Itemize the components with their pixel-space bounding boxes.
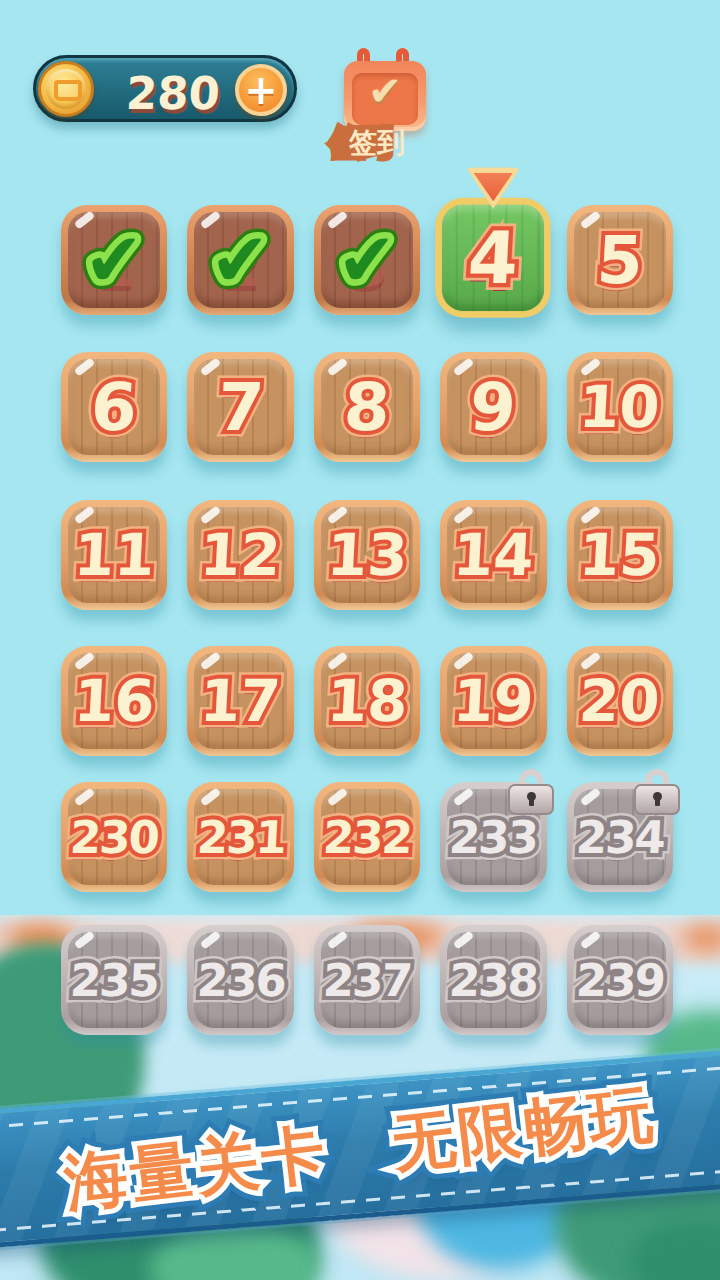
level-number: 20 bbox=[578, 667, 662, 735]
calendar-check-icon: ✔ bbox=[344, 68, 426, 114]
level-tile-3[interactable]: 3✔ bbox=[314, 205, 420, 315]
coin-counter[interactable]: 280 + bbox=[33, 55, 297, 122]
level-number: 233 bbox=[448, 811, 539, 864]
level-number: 234 bbox=[574, 811, 665, 864]
level-number: 4 bbox=[466, 216, 520, 300]
level-number: 8 bbox=[342, 369, 392, 446]
level-tile-1[interactable]: 1✔ bbox=[61, 205, 167, 315]
coin-count: 280 bbox=[97, 67, 250, 120]
coin-pouch-glyph bbox=[54, 80, 82, 101]
level-number: 7 bbox=[216, 369, 266, 446]
checkin-button[interactable]: ✔ 签到 bbox=[342, 48, 428, 164]
level-tile-19[interactable]: 19 bbox=[440, 646, 546, 756]
level-tile-230[interactable]: 230 bbox=[61, 782, 167, 892]
level-number: 16 bbox=[72, 667, 156, 735]
level-row: 1112131415 bbox=[61, 500, 673, 610]
game-screen: 280 + ✔ 签到 1✔2✔3✔45678910111213141516171… bbox=[0, 0, 720, 1280]
level-tile-5[interactable]: 5 bbox=[567, 205, 673, 315]
calendar-icon: ✔ bbox=[344, 61, 426, 131]
level-number: 239 bbox=[574, 954, 665, 1007]
level-number: 237 bbox=[322, 954, 413, 1007]
level-tile-237[interactable]: 237 bbox=[314, 925, 420, 1035]
level-tile-15[interactable]: 15 bbox=[567, 500, 673, 610]
level-number: 236 bbox=[195, 954, 286, 1007]
level-number: 238 bbox=[448, 954, 539, 1007]
add-coins-button[interactable]: + bbox=[235, 64, 287, 116]
completed-check-icon: ✔ bbox=[208, 216, 273, 303]
level-tile-6[interactable]: 6 bbox=[61, 352, 167, 462]
checkin-label: 签到 bbox=[334, 124, 420, 162]
level-number: 230 bbox=[69, 811, 160, 864]
level-number: 6 bbox=[89, 369, 139, 446]
plus-icon: + bbox=[239, 68, 283, 112]
level-tile-14[interactable]: 14 bbox=[440, 500, 546, 610]
current-level-marker-icon bbox=[466, 167, 521, 208]
level-row: 235236237238239 bbox=[61, 925, 673, 1035]
level-tile-13[interactable]: 13 bbox=[314, 500, 420, 610]
level-tile-233[interactable]: 233 bbox=[440, 782, 546, 892]
level-tile-11[interactable]: 11 bbox=[61, 500, 167, 610]
level-tile-239[interactable]: 239 bbox=[567, 925, 673, 1035]
level-row: 1✔2✔3✔45 bbox=[61, 205, 673, 315]
level-number: 10 bbox=[578, 373, 662, 441]
level-tile-9[interactable]: 9 bbox=[440, 352, 546, 462]
level-tile-18[interactable]: 18 bbox=[314, 646, 420, 756]
level-tile-238[interactable]: 238 bbox=[440, 925, 546, 1035]
level-number: 12 bbox=[198, 521, 282, 589]
level-tile-232[interactable]: 232 bbox=[314, 782, 420, 892]
lock-icon bbox=[508, 769, 554, 815]
level-number: 9 bbox=[468, 369, 518, 446]
level-number: 11 bbox=[72, 521, 156, 589]
lock-icon bbox=[634, 769, 680, 815]
level-number: 5 bbox=[595, 222, 645, 299]
level-tile-7[interactable]: 7 bbox=[187, 352, 293, 462]
level-tile-12[interactable]: 12 bbox=[187, 500, 293, 610]
level-row: 678910 bbox=[61, 352, 673, 462]
level-number: 17 bbox=[198, 667, 282, 735]
level-tile-20[interactable]: 20 bbox=[567, 646, 673, 756]
level-tile-235[interactable]: 235 bbox=[61, 925, 167, 1035]
level-tile-10[interactable]: 10 bbox=[567, 352, 673, 462]
level-number: 235 bbox=[69, 954, 160, 1007]
completed-check-icon: ✔ bbox=[335, 216, 400, 303]
level-number: 13 bbox=[325, 521, 409, 589]
coin-icon bbox=[38, 61, 94, 117]
level-tile-8[interactable]: 8 bbox=[314, 352, 420, 462]
level-tile-231[interactable]: 231 bbox=[187, 782, 293, 892]
level-row: 230231232233234 bbox=[61, 782, 673, 892]
level-number: 18 bbox=[325, 667, 409, 735]
level-row: 1617181920 bbox=[61, 646, 673, 756]
level-tile-234[interactable]: 234 bbox=[567, 782, 673, 892]
level-number: 231 bbox=[195, 811, 286, 864]
completed-check-icon: ✔ bbox=[82, 216, 147, 303]
level-number: 14 bbox=[451, 521, 535, 589]
level-tile-16[interactable]: 16 bbox=[61, 646, 167, 756]
level-tile-4[interactable]: 4 bbox=[435, 198, 551, 318]
level-number: 232 bbox=[322, 811, 413, 864]
level-tile-17[interactable]: 17 bbox=[187, 646, 293, 756]
level-tile-236[interactable]: 236 bbox=[187, 925, 293, 1035]
level-number: 15 bbox=[578, 521, 662, 589]
level-tile-2[interactable]: 2✔ bbox=[187, 205, 293, 315]
level-number: 19 bbox=[451, 667, 535, 735]
